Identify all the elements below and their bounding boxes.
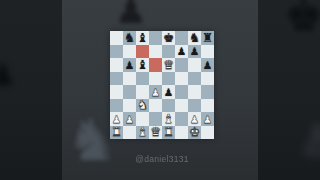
square-b6[interactable]: ♟ — [123, 58, 136, 72]
square-c6[interactable]: ♝ — [136, 58, 149, 72]
black-pawn[interactable]: ♟ — [203, 60, 212, 71]
square-b8[interactable]: ♞ — [123, 31, 136, 45]
square-c1[interactable]: ♝ — [136, 126, 149, 140]
watermark-text: @daniel3131 — [110, 154, 214, 164]
square-c8[interactable]: ♝ — [136, 31, 149, 45]
square-h2[interactable]: ♟ — [201, 112, 214, 126]
square-b7[interactable] — [123, 45, 136, 59]
square-e3[interactable] — [162, 99, 175, 113]
square-a3[interactable] — [110, 99, 123, 113]
white-queen[interactable]: ♛ — [150, 126, 161, 139]
square-h8[interactable]: ♜ — [201, 31, 214, 45]
white-rook[interactable]: ♜ — [163, 126, 174, 139]
white-bishop[interactable]: ♝ — [137, 126, 148, 139]
square-f3[interactable] — [175, 99, 188, 113]
square-h3[interactable] — [201, 99, 214, 113]
black-knight[interactable]: ♞ — [189, 32, 200, 45]
chess-board[interactable]: ♞♝♚♞♜♟♟♟♝♛♟♟♟♞♟♟♝♟♟♜♝♛♜♚ — [110, 31, 214, 139]
square-f5[interactable] — [175, 72, 188, 86]
square-h4[interactable] — [201, 85, 214, 99]
black-pawn[interactable]: ♟ — [177, 46, 186, 57]
square-d6[interactable] — [149, 58, 162, 72]
square-d3[interactable] — [149, 99, 162, 113]
square-g8[interactable]: ♞ — [188, 31, 201, 45]
square-h7[interactable] — [201, 45, 214, 59]
square-g7[interactable]: ♟ — [188, 45, 201, 59]
white-pawn[interactable]: ♟ — [203, 114, 212, 125]
black-knight[interactable]: ♞ — [124, 32, 135, 45]
square-b3[interactable] — [123, 99, 136, 113]
square-c5[interactable] — [136, 72, 149, 86]
square-g4[interactable] — [188, 85, 201, 99]
square-d1[interactable]: ♛ — [149, 126, 162, 140]
black-king[interactable]: ♚ — [163, 32, 174, 45]
square-g3[interactable] — [188, 99, 201, 113]
square-e6[interactable]: ♛ — [162, 58, 175, 72]
square-e1[interactable]: ♜ — [162, 126, 175, 140]
square-f8[interactable] — [175, 31, 188, 45]
square-a5[interactable] — [110, 72, 123, 86]
stage: ♟♚♞♟♙ ♞♝♚♞♜♟♟♟♝♛♟♟♟♞♟♟♝♟♟♜♝♛♜♚ @daniel31… — [0, 0, 320, 180]
square-e8[interactable]: ♚ — [162, 31, 175, 45]
square-a4[interactable] — [110, 85, 123, 99]
square-f1[interactable] — [175, 126, 188, 140]
white-knight[interactable]: ♞ — [137, 99, 148, 112]
left-vignette — [0, 0, 62, 180]
square-g1[interactable]: ♚ — [188, 126, 201, 140]
square-b1[interactable] — [123, 126, 136, 140]
square-f2[interactable] — [175, 112, 188, 126]
square-a1[interactable]: ♜ — [110, 126, 123, 140]
right-vignette — [258, 0, 320, 180]
square-b2[interactable]: ♟ — [123, 112, 136, 126]
white-pawn[interactable]: ♟ — [151, 87, 160, 98]
square-b5[interactable] — [123, 72, 136, 86]
white-queen[interactable]: ♛ — [163, 59, 174, 72]
square-g6[interactable] — [188, 58, 201, 72]
square-b4[interactable] — [123, 85, 136, 99]
square-g5[interactable] — [188, 72, 201, 86]
square-d8[interactable] — [149, 31, 162, 45]
square-h6[interactable]: ♟ — [201, 58, 214, 72]
white-rook[interactable]: ♜ — [111, 126, 122, 139]
square-a6[interactable] — [110, 58, 123, 72]
square-h5[interactable] — [201, 72, 214, 86]
white-pawn[interactable]: ♟ — [125, 114, 134, 125]
black-bishop[interactable]: ♝ — [137, 59, 148, 72]
square-f7[interactable]: ♟ — [175, 45, 188, 59]
black-rook[interactable]: ♜ — [202, 32, 213, 45]
white-king[interactable]: ♚ — [189, 126, 200, 139]
square-f4[interactable] — [175, 85, 188, 99]
square-c7[interactable] — [136, 45, 149, 59]
square-c3[interactable]: ♞ — [136, 99, 149, 113]
square-e4[interactable]: ♟ — [162, 85, 175, 99]
square-d4[interactable]: ♟ — [149, 85, 162, 99]
square-f6[interactable] — [175, 58, 188, 72]
square-d5[interactable] — [149, 72, 162, 86]
square-h1[interactable] — [201, 126, 214, 140]
white-pawn[interactable]: ♟ — [112, 114, 121, 125]
square-e5[interactable] — [162, 72, 175, 86]
blurred-pawn-top-left-icon: ♟ — [115, 0, 147, 29]
black-bishop[interactable]: ♝ — [137, 32, 148, 45]
black-pawn[interactable]: ♟ — [164, 87, 173, 98]
square-e7[interactable] — [162, 45, 175, 59]
black-pawn[interactable]: ♟ — [190, 46, 199, 57]
black-pawn[interactable]: ♟ — [125, 60, 134, 71]
square-d7[interactable] — [149, 45, 162, 59]
square-a7[interactable] — [110, 45, 123, 59]
white-pawn[interactable]: ♟ — [190, 114, 199, 125]
square-a8[interactable] — [110, 31, 123, 45]
